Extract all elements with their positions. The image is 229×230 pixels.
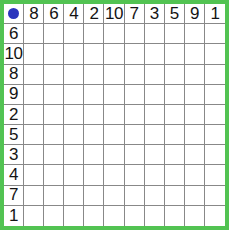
answer-cell-r8-c7[interactable] xyxy=(145,165,165,185)
answer-cell-r1-c3[interactable] xyxy=(64,24,84,44)
row-header-cell-4: 4 xyxy=(4,165,24,185)
row-header-cell-3: 3 xyxy=(4,145,24,165)
answer-cell-r2-c5[interactable] xyxy=(104,44,124,64)
answer-cell-r5-c6[interactable] xyxy=(125,105,145,125)
answer-cell-r1-c10[interactable] xyxy=(205,24,225,44)
answer-cell-r2-c1[interactable] xyxy=(24,44,44,64)
answer-cell-r7-c4[interactable] xyxy=(84,145,104,165)
answer-cell-r5-c4[interactable] xyxy=(84,105,104,125)
row-header-cell-5: 5 xyxy=(4,125,24,145)
answer-cell-r4-c5[interactable] xyxy=(104,85,124,105)
answer-cell-r10-c7[interactable] xyxy=(145,206,165,226)
answer-cell-r9-c9[interactable] xyxy=(185,186,205,206)
answer-cell-r5-c7[interactable] xyxy=(145,105,165,125)
answer-cell-r8-c8[interactable] xyxy=(165,165,185,185)
answer-cell-r9-c4[interactable] xyxy=(84,186,104,206)
answer-cell-r10-c10[interactable] xyxy=(205,206,225,226)
multiplication-grid-board: 8642107359161089253471 xyxy=(0,0,229,230)
answer-cell-r9-c7[interactable] xyxy=(145,186,165,206)
row-header-cell-9: 9 xyxy=(4,85,24,105)
column-header-cell-1: 1 xyxy=(205,4,225,24)
answer-cell-r7-c7[interactable] xyxy=(145,145,165,165)
column-header-cell-2: 2 xyxy=(84,4,104,24)
answer-cell-r3-c2[interactable] xyxy=(44,65,64,85)
answer-cell-r3-c8[interactable] xyxy=(165,65,185,85)
answer-cell-r6-c4[interactable] xyxy=(84,125,104,145)
column-header-cell-10: 10 xyxy=(104,4,124,24)
answer-cell-r6-c6[interactable] xyxy=(125,125,145,145)
answer-cell-r3-c10[interactable] xyxy=(205,65,225,85)
answer-cell-r7-c2[interactable] xyxy=(44,145,64,165)
answer-cell-r6-c7[interactable] xyxy=(145,125,165,145)
answer-cell-r5-c1[interactable] xyxy=(24,105,44,125)
answer-cell-r7-c6[interactable] xyxy=(125,145,145,165)
answer-cell-r5-c8[interactable] xyxy=(165,105,185,125)
answer-cell-r1-c7[interactable] xyxy=(145,24,165,44)
answer-cell-r8-c10[interactable] xyxy=(205,165,225,185)
row-header-cell-6: 6 xyxy=(4,24,24,44)
answer-cell-r8-c2[interactable] xyxy=(44,165,64,185)
answer-cell-r4-c8[interactable] xyxy=(165,85,185,105)
answer-cell-r8-c4[interactable] xyxy=(84,165,104,185)
column-header-cell-6: 6 xyxy=(44,4,64,24)
answer-cell-r10-c1[interactable] xyxy=(24,206,44,226)
answer-cell-r4-c9[interactable] xyxy=(185,85,205,105)
answer-cell-r9-c6[interactable] xyxy=(125,186,145,206)
answer-cell-r9-c2[interactable] xyxy=(44,186,64,206)
column-header-cell-8: 8 xyxy=(24,4,44,24)
answer-cell-r9-c1[interactable] xyxy=(24,186,44,206)
answer-cell-r9-c5[interactable] xyxy=(104,186,124,206)
answer-cell-r9-c10[interactable] xyxy=(205,186,225,206)
answer-cell-r5-c3[interactable] xyxy=(64,105,84,125)
answer-cell-r10-c4[interactable] xyxy=(84,206,104,226)
answer-cell-r6-c2[interactable] xyxy=(44,125,64,145)
answer-cell-r9-c8[interactable] xyxy=(165,186,185,206)
row-header-cell-2: 2 xyxy=(4,105,24,125)
answer-cell-r10-c6[interactable] xyxy=(125,206,145,226)
answer-cell-r7-c8[interactable] xyxy=(165,145,185,165)
answer-cell-r1-c4[interactable] xyxy=(84,24,104,44)
answer-cell-r4-c1[interactable] xyxy=(24,85,44,105)
answer-cell-r2-c3[interactable] xyxy=(64,44,84,64)
answer-cell-r1-c2[interactable] xyxy=(44,24,64,44)
answer-cell-r9-c3[interactable] xyxy=(64,186,84,206)
answer-cell-r1-c6[interactable] xyxy=(125,24,145,44)
answer-cell-r5-c10[interactable] xyxy=(205,105,225,125)
answer-cell-r4-c2[interactable] xyxy=(44,85,64,105)
answer-cell-r1-c9[interactable] xyxy=(185,24,205,44)
answer-cell-r4-c6[interactable] xyxy=(125,85,145,105)
answer-cell-r8-c6[interactable] xyxy=(125,165,145,185)
answer-cell-r6-c9[interactable] xyxy=(185,125,205,145)
answer-cell-r3-c9[interactable] xyxy=(185,65,205,85)
column-header-cell-4: 4 xyxy=(64,4,84,24)
answer-cell-r2-c10[interactable] xyxy=(205,44,225,64)
answer-cell-r1-c5[interactable] xyxy=(104,24,124,44)
answer-cell-r7-c5[interactable] xyxy=(104,145,124,165)
column-header-cell-3: 3 xyxy=(145,4,165,24)
answer-cell-r10-c3[interactable] xyxy=(64,206,84,226)
answer-cell-r3-c7[interactable] xyxy=(145,65,165,85)
answer-cell-r3-c5[interactable] xyxy=(104,65,124,85)
answer-cell-r8-c9[interactable] xyxy=(185,165,205,185)
answer-cell-r5-c2[interactable] xyxy=(44,105,64,125)
answer-cell-r2-c6[interactable] xyxy=(125,44,145,64)
answer-cell-r8-c1[interactable] xyxy=(24,165,44,185)
answer-cell-r7-c3[interactable] xyxy=(64,145,84,165)
answer-cell-r8-c5[interactable] xyxy=(104,165,124,185)
answer-cell-r2-c9[interactable] xyxy=(185,44,205,64)
answer-cell-r3-c3[interactable] xyxy=(64,65,84,85)
blue-dot-icon xyxy=(8,8,19,19)
answer-cell-r1-c8[interactable] xyxy=(165,24,185,44)
row-header-cell-10: 10 xyxy=(4,44,24,64)
answer-cell-r4-c10[interactable] xyxy=(205,85,225,105)
answer-cell-r5-c9[interactable] xyxy=(185,105,205,125)
answer-cell-r10-c8[interactable] xyxy=(165,206,185,226)
answer-cell-r10-c9[interactable] xyxy=(185,206,205,226)
answer-cell-r2-c8[interactable] xyxy=(165,44,185,64)
column-header-cell-9: 9 xyxy=(185,4,205,24)
answer-cell-r1-c1[interactable] xyxy=(24,24,44,44)
answer-cell-r2-c2[interactable] xyxy=(44,44,64,64)
answer-cell-r4-c4[interactable] xyxy=(84,85,104,105)
row-header-cell-1: 1 xyxy=(4,206,24,226)
answer-cell-r10-c2[interactable] xyxy=(44,206,64,226)
answer-cell-r6-c8[interactable] xyxy=(165,125,185,145)
answer-cell-r2-c4[interactable] xyxy=(84,44,104,64)
column-header-cell-5: 5 xyxy=(165,4,185,24)
answer-cell-r3-c1[interactable] xyxy=(24,65,44,85)
answer-cell-r8-c3[interactable] xyxy=(64,165,84,185)
answer-cell-r5-c5[interactable] xyxy=(104,105,124,125)
answer-cell-r2-c7[interactable] xyxy=(145,44,165,64)
answer-cell-r4-c3[interactable] xyxy=(64,85,84,105)
answer-cell-r4-c7[interactable] xyxy=(145,85,165,105)
answer-cell-r10-c5[interactable] xyxy=(104,206,124,226)
answer-cell-r3-c4[interactable] xyxy=(84,65,104,85)
answer-cell-r6-c3[interactable] xyxy=(64,125,84,145)
row-header-cell-7: 7 xyxy=(4,186,24,206)
answer-cell-r6-c1[interactable] xyxy=(24,125,44,145)
corner-cell xyxy=(4,4,24,24)
answer-cell-r7-c10[interactable] xyxy=(205,145,225,165)
answer-cell-r7-c1[interactable] xyxy=(24,145,44,165)
answer-cell-r3-c6[interactable] xyxy=(125,65,145,85)
row-header-cell-8: 8 xyxy=(4,65,24,85)
answer-cell-r6-c5[interactable] xyxy=(104,125,124,145)
column-header-cell-7: 7 xyxy=(125,4,145,24)
answer-cell-r6-c10[interactable] xyxy=(205,125,225,145)
answer-cell-r7-c9[interactable] xyxy=(185,145,205,165)
